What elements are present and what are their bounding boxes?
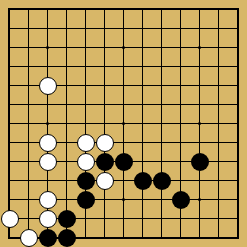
intersection-K10[interactable]: [171, 57, 190, 76]
black-stone-C1: [39, 229, 57, 247]
intersection-D5[interactable]: [57, 152, 76, 171]
intersection-H7[interactable]: [133, 114, 152, 133]
intersection-A9[interactable]: [0, 76, 19, 95]
intersection-A1[interactable]: [0, 228, 19, 247]
intersection-G10[interactable]: [114, 57, 133, 76]
intersection-K12[interactable]: [171, 19, 190, 38]
intersection-F12[interactable]: [95, 19, 114, 38]
intersection-A2[interactable]: [0, 209, 19, 228]
intersection-B4[interactable]: [19, 171, 38, 190]
intersection-J12[interactable]: [152, 19, 171, 38]
intersection-K7[interactable]: [171, 114, 190, 133]
intersection-L10[interactable]: [190, 57, 209, 76]
intersection-J8[interactable]: [152, 95, 171, 114]
intersection-H10[interactable]: [133, 57, 152, 76]
go-board-diagram: [0, 0, 247, 247]
intersection-C11[interactable]: [38, 38, 57, 57]
intersection-A5[interactable]: [0, 152, 19, 171]
intersection-F2[interactable]: [95, 209, 114, 228]
intersection-B8[interactable]: [19, 95, 38, 114]
intersection-N3[interactable]: [228, 190, 247, 209]
intersection-D9[interactable]: [57, 76, 76, 95]
intersection-G5[interactable]: [114, 152, 133, 171]
intersection-F13[interactable]: [95, 0, 114, 19]
intersection-J9[interactable]: [152, 76, 171, 95]
intersection-B2[interactable]: [19, 209, 38, 228]
white-stone-B1: [20, 229, 38, 247]
intersection-K5[interactable]: [171, 152, 190, 171]
black-stone-J4: [153, 172, 171, 190]
black-stone-F5: [96, 153, 114, 171]
intersection-G2[interactable]: [114, 209, 133, 228]
intersection-E5[interactable]: [76, 152, 95, 171]
intersection-E3[interactable]: [76, 190, 95, 209]
star-point: [198, 198, 201, 201]
intersection-G7[interactable]: [114, 114, 133, 133]
intersection-M7[interactable]: [209, 114, 228, 133]
black-stone-E3: [77, 191, 95, 209]
white-stone-C9: [39, 77, 57, 95]
intersection-E10[interactable]: [76, 57, 95, 76]
intersection-K2[interactable]: [171, 209, 190, 228]
intersection-H11[interactable]: [133, 38, 152, 57]
intersection-E13[interactable]: [76, 0, 95, 19]
intersection-L11[interactable]: [190, 38, 209, 57]
intersection-N11[interactable]: [228, 38, 247, 57]
star-point: [46, 46, 49, 49]
intersection-B9[interactable]: [19, 76, 38, 95]
intersection-C6[interactable]: [38, 133, 57, 152]
intersection-B12[interactable]: [19, 19, 38, 38]
board-cells: [0, 0, 247, 247]
white-stone-C5: [39, 153, 57, 171]
intersection-F6[interactable]: [95, 133, 114, 152]
intersection-N7[interactable]: [228, 114, 247, 133]
intersection-A4[interactable]: [0, 171, 19, 190]
intersection-F11[interactable]: [95, 38, 114, 57]
intersection-J7[interactable]: [152, 114, 171, 133]
intersection-B6[interactable]: [19, 133, 38, 152]
intersection-N8[interactable]: [228, 95, 247, 114]
intersection-G1[interactable]: [114, 228, 133, 247]
intersection-A6[interactable]: [0, 133, 19, 152]
intersection-C10[interactable]: [38, 57, 57, 76]
intersection-K1[interactable]: [171, 228, 190, 247]
intersection-A10[interactable]: [0, 57, 19, 76]
intersection-M3[interactable]: [209, 190, 228, 209]
black-stone-E4: [77, 172, 95, 190]
intersection-D3[interactable]: [57, 190, 76, 209]
intersection-H9[interactable]: [133, 76, 152, 95]
white-stone-A2: [1, 210, 19, 228]
intersection-G3[interactable]: [114, 190, 133, 209]
intersection-F7[interactable]: [95, 114, 114, 133]
intersection-D7[interactable]: [57, 114, 76, 133]
intersection-M9[interactable]: [209, 76, 228, 95]
black-stone-G5: [115, 153, 133, 171]
intersection-N4[interactable]: [228, 171, 247, 190]
star-point: [122, 122, 125, 125]
intersection-B5[interactable]: [19, 152, 38, 171]
intersection-B10[interactable]: [19, 57, 38, 76]
intersection-H12[interactable]: [133, 19, 152, 38]
intersection-M13[interactable]: [209, 0, 228, 19]
intersection-H4[interactable]: [133, 171, 152, 190]
white-stone-C6: [39, 134, 57, 152]
intersection-F4[interactable]: [95, 171, 114, 190]
intersection-B13[interactable]: [19, 0, 38, 19]
intersection-D10[interactable]: [57, 57, 76, 76]
intersection-L2[interactable]: [190, 209, 209, 228]
white-stone-C3: [39, 191, 57, 209]
intersection-K4[interactable]: [171, 171, 190, 190]
star-point: [198, 46, 201, 49]
intersection-L9[interactable]: [190, 76, 209, 95]
intersection-G13[interactable]: [114, 0, 133, 19]
intersection-H13[interactable]: [133, 0, 152, 19]
intersection-C3[interactable]: [38, 190, 57, 209]
intersection-C1[interactable]: [38, 228, 57, 247]
black-stone-K3: [172, 191, 190, 209]
intersection-D12[interactable]: [57, 19, 76, 38]
intersection-G4[interactable]: [114, 171, 133, 190]
intersection-A7[interactable]: [0, 114, 19, 133]
intersection-K6[interactable]: [171, 133, 190, 152]
intersection-K3[interactable]: [171, 190, 190, 209]
intersection-G8[interactable]: [114, 95, 133, 114]
intersection-J6[interactable]: [152, 133, 171, 152]
white-stone-F4: [96, 172, 114, 190]
intersection-J1[interactable]: [152, 228, 171, 247]
intersection-C9[interactable]: [38, 76, 57, 95]
intersection-L13[interactable]: [190, 0, 209, 19]
intersection-E4[interactable]: [76, 171, 95, 190]
intersection-M12[interactable]: [209, 19, 228, 38]
black-stone-H4: [134, 172, 152, 190]
intersection-F5[interactable]: [95, 152, 114, 171]
white-stone-F6: [96, 134, 114, 152]
intersection-A3[interactable]: [0, 190, 19, 209]
intersection-J2[interactable]: [152, 209, 171, 228]
intersection-B1[interactable]: [19, 228, 38, 247]
intersection-J13[interactable]: [152, 0, 171, 19]
intersection-E12[interactable]: [76, 19, 95, 38]
intersection-A12[interactable]: [0, 19, 19, 38]
intersection-K13[interactable]: [171, 0, 190, 19]
intersection-L3[interactable]: [190, 190, 209, 209]
intersection-F8[interactable]: [95, 95, 114, 114]
intersection-D1[interactable]: [57, 228, 76, 247]
intersection-G12[interactable]: [114, 19, 133, 38]
intersection-E8[interactable]: [76, 95, 95, 114]
intersection-A8[interactable]: [0, 95, 19, 114]
intersection-E2[interactable]: [76, 209, 95, 228]
intersection-J4[interactable]: [152, 171, 171, 190]
intersection-L5[interactable]: [190, 152, 209, 171]
intersection-E11[interactable]: [76, 38, 95, 57]
intersection-D11[interactable]: [57, 38, 76, 57]
intersection-M1[interactable]: [209, 228, 228, 247]
intersection-H8[interactable]: [133, 95, 152, 114]
intersection-D8[interactable]: [57, 95, 76, 114]
intersection-C7[interactable]: [38, 114, 57, 133]
intersection-M8[interactable]: [209, 95, 228, 114]
intersection-H6[interactable]: [133, 133, 152, 152]
intersection-L7[interactable]: [190, 114, 209, 133]
intersection-B3[interactable]: [19, 190, 38, 209]
white-stone-C2: [39, 210, 57, 228]
intersection-K11[interactable]: [171, 38, 190, 57]
intersection-A11[interactable]: [0, 38, 19, 57]
intersection-N5[interactable]: [228, 152, 247, 171]
intersection-C5[interactable]: [38, 152, 57, 171]
intersection-G6[interactable]: [114, 133, 133, 152]
intersection-N1[interactable]: [228, 228, 247, 247]
intersection-N2[interactable]: [228, 209, 247, 228]
intersection-F10[interactable]: [95, 57, 114, 76]
intersection-H3[interactable]: [133, 190, 152, 209]
intersection-M2[interactable]: [209, 209, 228, 228]
intersection-M11[interactable]: [209, 38, 228, 57]
intersection-B7[interactable]: [19, 114, 38, 133]
black-stone-D2: [58, 210, 76, 228]
star-point: [198, 122, 201, 125]
intersection-D6[interactable]: [57, 133, 76, 152]
intersection-M6[interactable]: [209, 133, 228, 152]
star-point: [46, 122, 49, 125]
intersection-F1[interactable]: [95, 228, 114, 247]
intersection-D2[interactable]: [57, 209, 76, 228]
intersection-C4[interactable]: [38, 171, 57, 190]
intersection-N12[interactable]: [228, 19, 247, 38]
intersection-M5[interactable]: [209, 152, 228, 171]
star-point: [122, 46, 125, 49]
intersection-E7[interactable]: [76, 114, 95, 133]
intersection-F3[interactable]: [95, 190, 114, 209]
star-point: [122, 198, 125, 201]
white-stone-E5: [77, 153, 95, 171]
intersection-J5[interactable]: [152, 152, 171, 171]
white-stone-E6: [77, 134, 95, 152]
intersection-E1[interactable]: [76, 228, 95, 247]
intersection-K8[interactable]: [171, 95, 190, 114]
intersection-L8[interactable]: [190, 95, 209, 114]
intersection-D4[interactable]: [57, 171, 76, 190]
intersection-E6[interactable]: [76, 133, 95, 152]
intersection-C12[interactable]: [38, 19, 57, 38]
intersection-J11[interactable]: [152, 38, 171, 57]
go-board: [0, 0, 247, 247]
intersection-J3[interactable]: [152, 190, 171, 209]
intersection-L4[interactable]: [190, 171, 209, 190]
black-stone-D1: [58, 229, 76, 247]
intersection-L6[interactable]: [190, 133, 209, 152]
intersection-M4[interactable]: [209, 171, 228, 190]
intersection-M10[interactable]: [209, 57, 228, 76]
intersection-N6[interactable]: [228, 133, 247, 152]
intersection-C2[interactable]: [38, 209, 57, 228]
black-stone-L5: [191, 153, 209, 171]
intersection-N9[interactable]: [228, 76, 247, 95]
intersection-K9[interactable]: [171, 76, 190, 95]
intersection-H5[interactable]: [133, 152, 152, 171]
intersection-C13[interactable]: [38, 0, 57, 19]
intersection-N13[interactable]: [228, 0, 247, 19]
intersection-N10[interactable]: [228, 57, 247, 76]
intersection-D13[interactable]: [57, 0, 76, 19]
intersection-G11[interactable]: [114, 38, 133, 57]
intersection-A13[interactable]: [0, 0, 19, 19]
intersection-J10[interactable]: [152, 57, 171, 76]
intersection-L12[interactable]: [190, 19, 209, 38]
intersection-H1[interactable]: [133, 228, 152, 247]
intersection-E9[interactable]: [76, 76, 95, 95]
intersection-H2[interactable]: [133, 209, 152, 228]
intersection-F9[interactable]: [95, 76, 114, 95]
intersection-C8[interactable]: [38, 95, 57, 114]
intersection-B11[interactable]: [19, 38, 38, 57]
intersection-L1[interactable]: [190, 228, 209, 247]
intersection-G9[interactable]: [114, 76, 133, 95]
